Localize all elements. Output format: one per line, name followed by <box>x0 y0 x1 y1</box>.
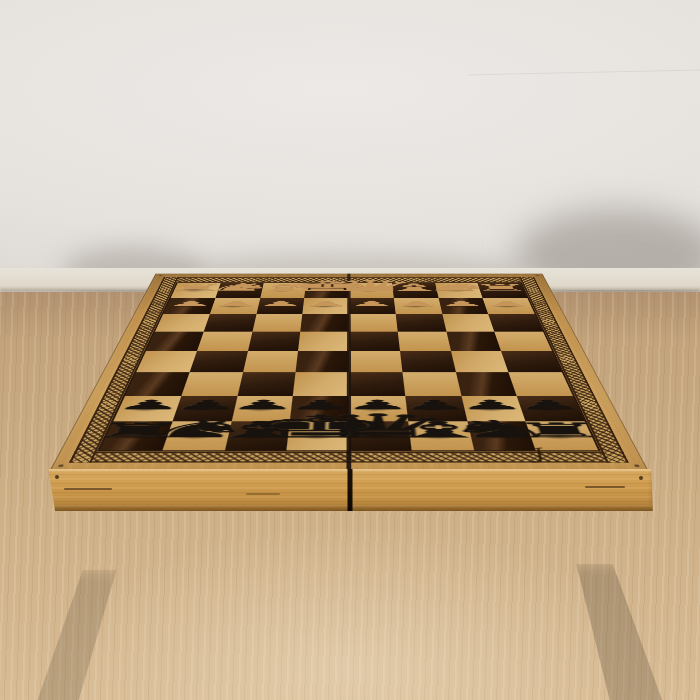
square-e5[interactable] <box>296 351 349 372</box>
square-e4[interactable] <box>298 332 349 351</box>
square-c8[interactable] <box>408 422 474 451</box>
square-b5[interactable] <box>451 351 509 372</box>
box-front-face <box>46 469 653 511</box>
square-f7[interactable] <box>231 396 293 422</box>
square-c6[interactable] <box>402 372 461 395</box>
square-d5[interactable] <box>349 351 402 372</box>
square-e6[interactable] <box>293 372 349 395</box>
white-pawn-h2[interactable]: ♟ <box>171 301 211 306</box>
wood-crack <box>585 486 625 488</box>
white-rook-h1[interactable]: ♜ <box>172 284 221 290</box>
square-a5[interactable] <box>501 351 562 372</box>
corner-nail <box>536 275 540 276</box>
square-c5[interactable] <box>400 351 456 372</box>
white-pawn-b2[interactable]: ♟ <box>443 301 482 306</box>
square-f3[interactable] <box>252 314 303 332</box>
square-b7[interactable] <box>461 396 526 422</box>
square-e8[interactable] <box>287 422 349 451</box>
wall-crack <box>468 70 700 76</box>
box-nail <box>639 476 643 480</box>
square-f5[interactable] <box>243 351 299 372</box>
square-a7[interactable] <box>517 396 585 422</box>
square-f6[interactable] <box>237 372 296 395</box>
cast-shadow-left <box>14 570 139 700</box>
photo-scene: J ♜♞♝♛♚♝♞♜♟♟♟♟♟♟♟♟♟♟♟♟♟♟♟♟♜♞♝♛♚♝♞♜ <box>0 0 700 700</box>
square-b6[interactable] <box>455 372 516 395</box>
square-f8[interactable] <box>224 422 290 451</box>
box-nail <box>55 475 59 479</box>
square-f4[interactable] <box>248 332 301 351</box>
box-hinge-seam <box>347 469 352 511</box>
corner-nail <box>634 465 640 468</box>
square-g3[interactable] <box>203 314 256 332</box>
square-g8[interactable] <box>162 422 231 451</box>
square-e3[interactable] <box>300 314 349 332</box>
square-g7[interactable] <box>172 396 237 422</box>
board-surface: J ♜♞♝♛♚♝♞♜♟♟♟♟♟♟♟♟♟♟♟♟♟♟♟♟♜♞♝♛♚♝♞♜ <box>50 274 648 470</box>
square-d6[interactable] <box>349 372 405 395</box>
square-h3[interactable] <box>155 314 210 332</box>
square-h7[interactable] <box>113 396 181 422</box>
white-pawn-c2[interactable]: ♟ <box>398 301 437 306</box>
square-h5[interactable] <box>136 351 197 372</box>
square-a4[interactable] <box>495 332 552 351</box>
square-c4[interactable] <box>398 332 451 351</box>
white-pawn-a2[interactable]: ♟ <box>488 301 528 306</box>
square-b3[interactable] <box>442 314 495 332</box>
chess-board: J ♜♞♝♛♚♝♞♜♟♟♟♟♟♟♟♟♟♟♟♟♟♟♟♟♜♞♝♛♚♝♞♜ <box>114 116 584 586</box>
square-c7[interactable] <box>405 396 467 422</box>
white-pawn-e2[interactable]: ♟ <box>307 301 345 306</box>
square-g6[interactable] <box>181 372 242 395</box>
white-pawn-g2[interactable]: ♟ <box>216 301 255 306</box>
white-pawn-f2[interactable]: ♟ <box>262 301 301 306</box>
square-g4[interactable] <box>197 332 252 351</box>
square-d3[interactable] <box>349 314 398 332</box>
square-b4[interactable] <box>446 332 501 351</box>
square-a3[interactable] <box>488 314 543 332</box>
square-h4[interactable] <box>146 332 203 351</box>
wood-crack <box>64 488 112 490</box>
square-d8[interactable] <box>349 422 411 451</box>
square-c3[interactable] <box>395 314 446 332</box>
square-d7[interactable] <box>349 396 408 422</box>
square-e7[interactable] <box>290 396 349 422</box>
white-pawn-d2[interactable]: ♟ <box>353 301 391 306</box>
square-h8[interactable] <box>100 422 172 451</box>
square-h6[interactable] <box>125 372 189 395</box>
square-d4[interactable] <box>349 332 400 351</box>
square-g5[interactable] <box>189 351 247 372</box>
square-a6[interactable] <box>509 372 573 395</box>
wood-crack <box>246 493 280 495</box>
